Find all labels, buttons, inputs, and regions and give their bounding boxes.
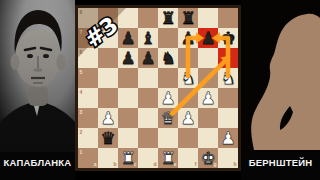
black-player-name: БЕРНШТЕЙН [241, 152, 320, 180]
white-player-name: КАПАБЛАНКА [0, 152, 75, 180]
puzzle-number: #3 [80, 12, 122, 53]
chessboard-frame: hgfedcb1a2345678 ♜♜♟♝♟♟♚♟♟♞♛♞♞♟♟♟♛♟♟♜♜♚ … [75, 5, 241, 171]
arrow-e3-h6 [171, 56, 231, 116]
video-thumbnail: КАПАБЛАНКА hgfedcb1a2345678 ♜♜♟♝♟♟♚♟♟♞♛♞… [0, 0, 320, 180]
arrow-f5-g7 [188, 32, 204, 78]
capablanca-panel: КАПАБЛАНКА [0, 0, 75, 180]
bernstein-panel: БЕРНШТЕЙН [241, 0, 320, 180]
puzzle-number-sticker: #3 [74, 6, 134, 66]
bernstein-silhouette [241, 0, 320, 152]
capablanca-photo [0, 0, 75, 152]
